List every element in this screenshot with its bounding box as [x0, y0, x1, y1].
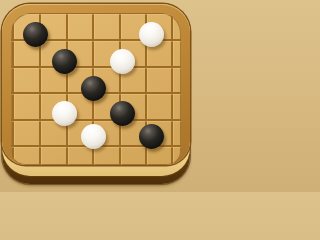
- grid-line-h: [11, 13, 181, 14]
- gomoku-app-icon[interactable]: [0, 0, 192, 192]
- go-board: [11, 13, 181, 165]
- black-stone: [139, 124, 164, 149]
- black-stone: [52, 49, 77, 74]
- black-stone: [23, 22, 48, 47]
- white-stone: [52, 101, 77, 126]
- black-stone: [110, 101, 135, 126]
- grid-line-v: [12, 13, 15, 165]
- white-stone: [139, 22, 164, 47]
- white-stone: [81, 124, 106, 149]
- white-stone: [110, 49, 135, 74]
- black-stone: [81, 76, 106, 101]
- grid-line-h: [11, 66, 181, 69]
- go-board-frame: [2, 4, 190, 165]
- grid-line-v: [66, 13, 69, 165]
- grid-line-v: [171, 13, 174, 165]
- grid-line-h: [11, 119, 181, 122]
- grid-line-v: [119, 13, 122, 165]
